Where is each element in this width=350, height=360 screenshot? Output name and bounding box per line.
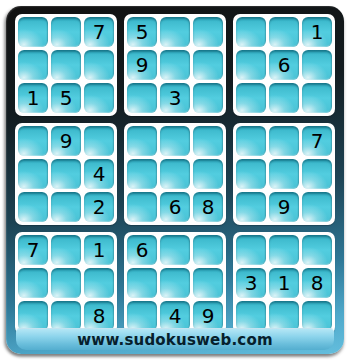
cell-r5c6[interactable] [193,159,223,189]
cell-r9c9[interactable] [302,301,332,331]
cell-r6c8[interactable]: 9 [269,192,299,222]
cell-r6c7[interactable] [236,192,266,222]
cell-r4c2[interactable]: 9 [51,126,81,156]
cell-r6c9[interactable] [302,192,332,222]
cell-r2c7[interactable] [236,50,266,80]
cell-r8c8[interactable]: 1 [269,268,299,298]
cell-r2c5[interactable] [160,50,190,80]
cell-r4c5[interactable] [160,126,190,156]
cell-r8c7[interactable]: 3 [236,268,266,298]
cell-r2c1[interactable] [18,50,48,80]
cell-r5c4[interactable] [127,159,157,189]
cell-r7c1[interactable]: 7 [18,235,48,265]
cell-r4c6[interactable] [193,126,223,156]
sudoku-block-1-1: 68 [124,123,226,225]
cell-r8c3[interactable] [84,268,114,298]
cell-r6c2[interactable] [51,192,81,222]
sudoku-block-2-1: 649 [124,232,226,334]
cell-r3c1[interactable]: 1 [18,83,48,113]
sudoku-block-2-2: 318 [233,232,335,334]
cell-r7c4[interactable]: 6 [127,235,157,265]
cell-r4c4[interactable] [127,126,157,156]
cell-r1c4[interactable]: 5 [127,17,157,47]
cell-r5c7[interactable] [236,159,266,189]
cell-r1c9[interactable]: 1 [302,17,332,47]
sudoku-block-2-0: 718 [15,232,117,334]
cell-r2c3[interactable] [84,50,114,80]
cell-r2c6[interactable] [193,50,223,80]
cell-r8c2[interactable] [51,268,81,298]
cell-r1c6[interactable] [193,17,223,47]
cell-r9c7[interactable] [236,301,266,331]
cell-r7c5[interactable] [160,235,190,265]
cell-r3c5[interactable]: 3 [160,83,190,113]
cell-r3c6[interactable] [193,83,223,113]
cell-r2c4[interactable]: 9 [127,50,157,80]
cell-r5c9[interactable] [302,159,332,189]
cell-r8c1[interactable] [18,268,48,298]
cell-r3c3[interactable] [84,83,114,113]
cell-r5c3[interactable]: 4 [84,159,114,189]
cell-r8c4[interactable] [127,268,157,298]
cell-r1c5[interactable] [160,17,190,47]
cell-r4c1[interactable] [18,126,48,156]
cell-r9c4[interactable] [127,301,157,331]
cell-r1c3[interactable]: 7 [84,17,114,47]
cell-r8c9[interactable]: 8 [302,268,332,298]
cell-r9c6[interactable]: 9 [193,301,223,331]
footer-band: www.sudokusweb.com [16,328,334,350]
cell-r5c5[interactable] [160,159,190,189]
page: { "game": "sudoku", "position": "..75...… [0,0,350,360]
cell-r7c6[interactable] [193,235,223,265]
sudoku-block-1-0: 942 [15,123,117,225]
cell-r5c1[interactable] [18,159,48,189]
sudoku-block-0-2: 16 [233,14,335,116]
cell-r2c2[interactable] [51,50,81,80]
cell-r4c9[interactable]: 7 [302,126,332,156]
cell-r1c7[interactable] [236,17,266,47]
cell-r4c8[interactable] [269,126,299,156]
cell-r9c5[interactable]: 4 [160,301,190,331]
cell-r7c8[interactable] [269,235,299,265]
cell-r3c7[interactable] [236,83,266,113]
cell-r6c4[interactable] [127,192,157,222]
site-url: www.sudokusweb.com [77,331,272,349]
cell-r6c5[interactable]: 6 [160,192,190,222]
cell-r1c8[interactable] [269,17,299,47]
cell-r6c3[interactable]: 2 [84,192,114,222]
cell-r7c2[interactable] [51,235,81,265]
cell-r1c1[interactable] [18,17,48,47]
cell-r4c3[interactable] [84,126,114,156]
cell-r5c8[interactable] [269,159,299,189]
cell-r1c2[interactable] [51,17,81,47]
cell-r7c7[interactable] [236,235,266,265]
sudoku-block-1-2: 79 [233,123,335,225]
cell-r8c6[interactable] [193,268,223,298]
cell-r3c8[interactable] [269,83,299,113]
cell-r2c9[interactable] [302,50,332,80]
board-frame: 715593169426879718649318 www.sudokusweb.… [6,6,344,354]
cell-r7c9[interactable] [302,235,332,265]
cell-r6c6[interactable]: 8 [193,192,223,222]
cell-r7c3[interactable]: 1 [84,235,114,265]
cell-r3c4[interactable] [127,83,157,113]
cell-r8c5[interactable] [160,268,190,298]
cell-r3c9[interactable] [302,83,332,113]
sudoku-board: 715593169426879718649318 [15,14,335,334]
sudoku-block-0-1: 593 [124,14,226,116]
cell-r9c2[interactable] [51,301,81,331]
cell-r9c3[interactable]: 8 [84,301,114,331]
cell-r5c2[interactable] [51,159,81,189]
cell-r4c7[interactable] [236,126,266,156]
cell-r9c1[interactable] [18,301,48,331]
cell-r2c8[interactable]: 6 [269,50,299,80]
cell-r3c2[interactable]: 5 [51,83,81,113]
cell-r6c1[interactable] [18,192,48,222]
sudoku-block-0-0: 715 [15,14,117,116]
cell-r9c8[interactable] [269,301,299,331]
